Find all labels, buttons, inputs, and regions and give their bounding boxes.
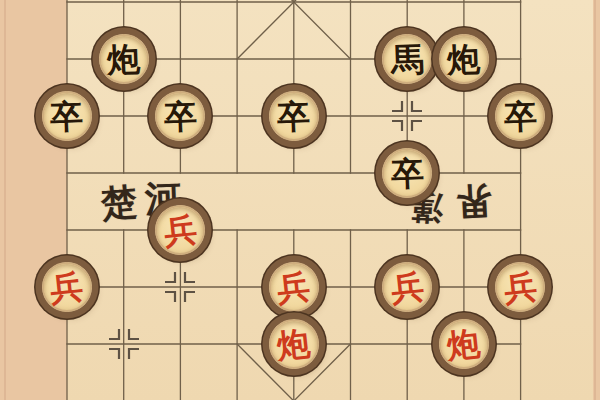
red-soldier-piece[interactable]: 兵 (155, 205, 205, 255)
piece-glyph: 卒 (50, 99, 84, 133)
point-marker (162, 269, 198, 305)
xiangqi-board: 楚 河 漢 界 炮馬炮卒卒卒卒卒兵兵兵兵兵炮炮 (0, 0, 600, 400)
piece-glyph: 馬 (390, 42, 424, 76)
piece-glyph: 炮 (276, 326, 312, 362)
piece-glyph: 炮 (447, 42, 481, 76)
point-marker (389, 98, 425, 134)
red-cannon-piece[interactable]: 炮 (439, 319, 489, 369)
black-soldier-piece[interactable]: 卒 (155, 91, 205, 141)
point-marker (106, 326, 142, 362)
black-soldier-piece[interactable]: 卒 (495, 91, 545, 141)
piece-glyph: 兵 (162, 212, 198, 248)
black-horse-piece[interactable]: 馬 (382, 34, 432, 84)
black-soldier-piece[interactable]: 卒 (42, 91, 92, 141)
black-soldier-piece[interactable]: 卒 (382, 148, 432, 198)
piece-glyph: 卒 (163, 99, 197, 133)
red-soldier-piece[interactable]: 兵 (382, 262, 432, 312)
piece-glyph: 兵 (502, 269, 538, 305)
piece-glyph: 兵 (49, 269, 85, 305)
black-cannon-piece[interactable]: 炮 (99, 34, 149, 84)
board-grid: 炮馬炮卒卒卒卒卒兵兵兵兵兵炮炮 (39, 0, 549, 400)
red-soldier-piece[interactable]: 兵 (269, 262, 319, 312)
black-cannon-piece[interactable]: 炮 (439, 34, 489, 84)
piece-glyph: 卒 (503, 99, 537, 133)
black-soldier-piece[interactable]: 卒 (269, 91, 319, 141)
piece-glyph: 炮 (446, 326, 482, 362)
piece-glyph: 卒 (277, 99, 311, 133)
red-cannon-piece[interactable]: 炮 (269, 319, 319, 369)
red-soldier-piece[interactable]: 兵 (42, 262, 92, 312)
piece-glyph: 卒 (390, 156, 424, 190)
red-soldier-piece[interactable]: 兵 (495, 262, 545, 312)
piece-glyph: 兵 (389, 269, 425, 305)
piece-glyph: 炮 (107, 42, 141, 76)
piece-glyph: 兵 (276, 269, 312, 305)
